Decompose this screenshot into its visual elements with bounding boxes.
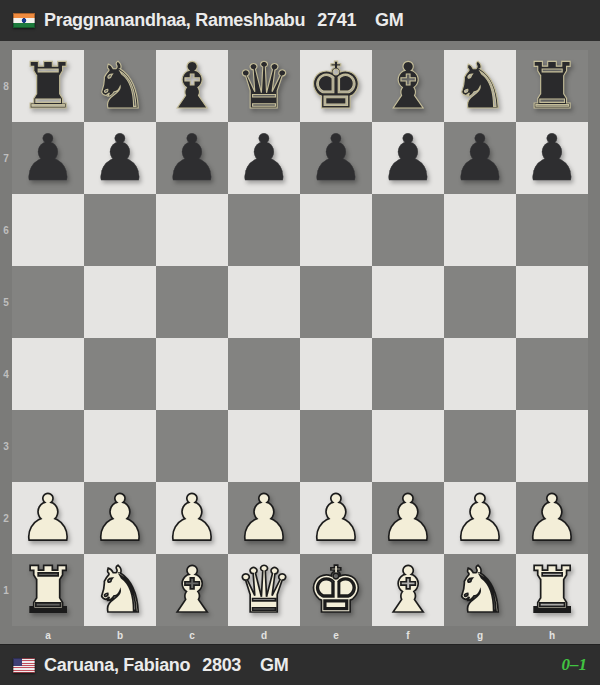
square-a1[interactable]: ♜: [12, 554, 84, 626]
piece-black-rook[interactable]: ♜: [19, 54, 76, 118]
square-d8[interactable]: ♛: [228, 50, 300, 122]
square-g4[interactable]: [444, 338, 516, 410]
top-player-rating: 2741: [317, 10, 356, 31]
piece-white-pawn[interactable]: ♟: [163, 486, 220, 550]
file-label-b: b: [84, 626, 156, 644]
piece-white-pawn[interactable]: ♟: [451, 486, 508, 550]
square-h6[interactable]: [516, 194, 588, 266]
rank-labels: 87654321: [0, 50, 12, 626]
piece-black-pawn[interactable]: ♟: [91, 126, 148, 190]
square-b3[interactable]: [84, 410, 156, 482]
piece-white-bishop[interactable]: ♝: [379, 558, 436, 622]
square-d3[interactable]: [228, 410, 300, 482]
square-a5[interactable]: [12, 266, 84, 338]
file-label-h: h: [516, 626, 588, 644]
square-a7[interactable]: ♟: [12, 122, 84, 194]
piece-black-knight[interactable]: ♞: [91, 54, 148, 118]
file-labels: abcdefgh: [12, 626, 588, 644]
square-g5[interactable]: [444, 266, 516, 338]
piece-black-queen[interactable]: ♛: [235, 54, 292, 118]
square-e4[interactable]: [300, 338, 372, 410]
square-b6[interactable]: [84, 194, 156, 266]
square-d2[interactable]: ♟: [228, 482, 300, 554]
bottom-player-name: Caruana, Fabiano: [44, 655, 190, 676]
square-b2[interactable]: ♟: [84, 482, 156, 554]
square-c3[interactable]: [156, 410, 228, 482]
bottom-player-rating: 2803: [202, 655, 241, 676]
square-a6[interactable]: [12, 194, 84, 266]
square-g7[interactable]: ♟: [444, 122, 516, 194]
square-c1[interactable]: ♝: [156, 554, 228, 626]
bottom-player-bar: Caruana, Fabiano 2803 GM 0–1: [0, 644, 600, 685]
rank-label-2: 2: [0, 482, 12, 554]
square-g3[interactable]: [444, 410, 516, 482]
piece-black-pawn[interactable]: ♟: [19, 126, 76, 190]
square-a2[interactable]: ♟: [12, 482, 84, 554]
square-c2[interactable]: ♟: [156, 482, 228, 554]
square-c5[interactable]: [156, 266, 228, 338]
square-f2[interactable]: ♟: [372, 482, 444, 554]
square-b1[interactable]: ♞: [84, 554, 156, 626]
rank-label-3: 3: [0, 410, 12, 482]
piece-white-knight[interactable]: ♞: [451, 558, 508, 622]
square-d5[interactable]: [228, 266, 300, 338]
square-d7[interactable]: ♟: [228, 122, 300, 194]
top-player-name: Praggnanandhaa, Rameshbabu: [44, 10, 305, 31]
square-g8[interactable]: ♞: [444, 50, 516, 122]
square-h5[interactable]: [516, 266, 588, 338]
piece-black-pawn[interactable]: ♟: [523, 126, 580, 190]
square-e5[interactable]: [300, 266, 372, 338]
square-f1[interactable]: ♝: [372, 554, 444, 626]
piece-black-pawn[interactable]: ♟: [451, 126, 508, 190]
piece-white-knight[interactable]: ♞: [91, 558, 148, 622]
piece-white-bishop[interactable]: ♝: [163, 558, 220, 622]
square-c4[interactable]: [156, 338, 228, 410]
india-flag-icon: [13, 13, 35, 28]
piece-black-king[interactable]: ♚: [307, 54, 364, 118]
square-g6[interactable]: [444, 194, 516, 266]
square-f4[interactable]: [372, 338, 444, 410]
square-h8[interactable]: ♜: [516, 50, 588, 122]
piece-white-pawn[interactable]: ♟: [523, 486, 580, 550]
piece-black-bishop[interactable]: ♝: [163, 54, 220, 118]
bottom-player-title: GM: [260, 655, 288, 676]
square-e3[interactable]: [300, 410, 372, 482]
piece-black-pawn[interactable]: ♟: [163, 126, 220, 190]
piece-black-pawn[interactable]: ♟: [379, 126, 436, 190]
file-label-g: g: [444, 626, 516, 644]
piece-white-rook[interactable]: ♜: [523, 558, 580, 622]
rank-label-8: 8: [0, 50, 12, 122]
square-e8[interactable]: ♚: [300, 50, 372, 122]
square-h4[interactable]: [516, 338, 588, 410]
top-player-bar: Praggnanandhaa, Rameshbabu 2741 GM: [0, 0, 600, 41]
square-g2[interactable]: ♟: [444, 482, 516, 554]
square-f3[interactable]: [372, 410, 444, 482]
square-b7[interactable]: ♟: [84, 122, 156, 194]
square-e1[interactable]: ♚: [300, 554, 372, 626]
square-f5[interactable]: [372, 266, 444, 338]
square-b5[interactable]: [84, 266, 156, 338]
piece-black-rook[interactable]: ♜: [523, 54, 580, 118]
file-label-c: c: [156, 626, 228, 644]
square-e7[interactable]: ♟: [300, 122, 372, 194]
square-c7[interactable]: ♟: [156, 122, 228, 194]
file-label-f: f: [372, 626, 444, 644]
piece-white-pawn[interactable]: ♟: [235, 486, 292, 550]
usa-flag-icon: [13, 658, 35, 673]
rank-label-7: 7: [0, 122, 12, 194]
file-label-e: e: [300, 626, 372, 644]
square-b4[interactable]: [84, 338, 156, 410]
piece-white-king[interactable]: ♚: [307, 558, 364, 622]
square-c8[interactable]: ♝: [156, 50, 228, 122]
piece-white-pawn[interactable]: ♟: [91, 486, 148, 550]
top-player-title: GM: [375, 10, 403, 31]
piece-black-pawn[interactable]: ♟: [307, 126, 364, 190]
file-label-d: d: [228, 626, 300, 644]
rank-label-4: 4: [0, 338, 12, 410]
square-e2[interactable]: ♟: [300, 482, 372, 554]
square-d6[interactable]: [228, 194, 300, 266]
game-result: 0–1: [562, 655, 588, 675]
square-h3[interactable]: [516, 410, 588, 482]
rank-label-6: 6: [0, 194, 12, 266]
square-a4[interactable]: [12, 338, 84, 410]
square-g1[interactable]: ♞: [444, 554, 516, 626]
piece-white-pawn[interactable]: ♟: [379, 486, 436, 550]
square-h1[interactable]: ♜: [516, 554, 588, 626]
square-f6[interactable]: [372, 194, 444, 266]
piece-white-rook[interactable]: ♜: [19, 558, 76, 622]
board-squares: ♜♞♝♛♚♝♞♜♟♟♟♟♟♟♟♟♟♟♟♟♟♟♟♟♜♞♝♛♚♝♞♜: [12, 50, 588, 626]
chess-game-view: Praggnanandhaa, Rameshbabu 2741 GM ♜♞♝♛♚…: [0, 0, 600, 685]
piece-white-pawn[interactable]: ♟: [19, 486, 76, 550]
square-h7[interactable]: ♟: [516, 122, 588, 194]
square-e6[interactable]: [300, 194, 372, 266]
square-d4[interactable]: [228, 338, 300, 410]
square-d1[interactable]: ♛: [228, 554, 300, 626]
square-f8[interactable]: ♝: [372, 50, 444, 122]
square-a3[interactable]: [12, 410, 84, 482]
square-f7[interactable]: ♟: [372, 122, 444, 194]
piece-white-pawn[interactable]: ♟: [307, 486, 364, 550]
piece-black-pawn[interactable]: ♟: [235, 126, 292, 190]
piece-black-knight[interactable]: ♞: [451, 54, 508, 118]
square-b8[interactable]: ♞: [84, 50, 156, 122]
piece-black-bishop[interactable]: ♝: [379, 54, 436, 118]
rank-label-1: 1: [0, 554, 12, 626]
piece-white-queen[interactable]: ♛: [235, 558, 292, 622]
file-label-a: a: [12, 626, 84, 644]
square-c6[interactable]: [156, 194, 228, 266]
square-a8[interactable]: ♜: [12, 50, 84, 122]
rank-label-5: 5: [0, 266, 12, 338]
chess-board: ♜♞♝♛♚♝♞♜♟♟♟♟♟♟♟♟♟♟♟♟♟♟♟♟♜♞♝♛♚♝♞♜ 8765432…: [0, 41, 600, 644]
square-h2[interactable]: ♟: [516, 482, 588, 554]
